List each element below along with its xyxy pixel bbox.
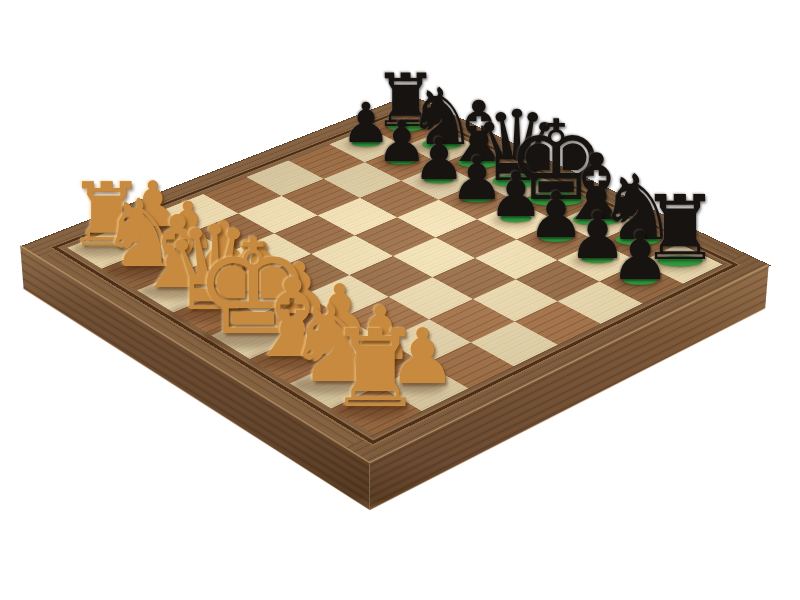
pieces-layer: ♜♞♝♛♚♝♞♜♟♟♟♟♟♟♟♟♟♟♟♟♟♟♟♟♜♞♝♛♚♝♞♜ [0, 0, 800, 600]
piece-white-rook-h1: ♜ [327, 316, 423, 423]
piece-black-pawn-h7: ♟ [610, 223, 670, 290]
product-photo-stage: ♜♞♝♛♚♝♞♜♟♟♟♟♟♟♟♟♟♟♟♟♟♟♟♟♜♞♝♛♚♝♞♜ [0, 0, 800, 600]
